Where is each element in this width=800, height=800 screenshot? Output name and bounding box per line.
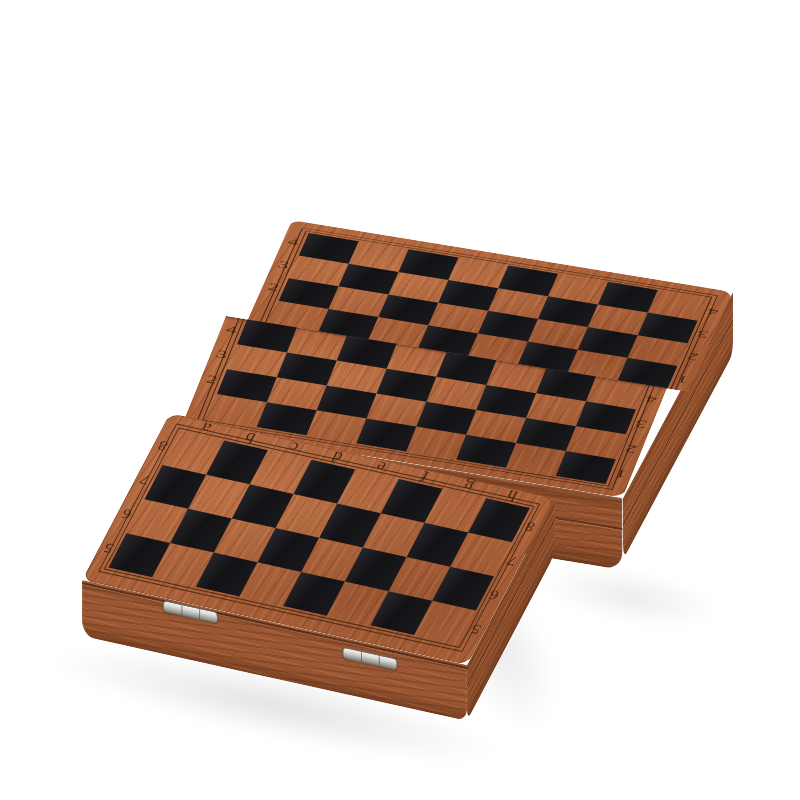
rank-label: 4 xyxy=(637,391,667,407)
rank-label: 1 xyxy=(668,372,698,387)
rank-label: 3 xyxy=(268,258,298,273)
rank-label: 2 xyxy=(197,372,227,388)
rank-label: 3 xyxy=(688,326,718,341)
shadow-under-big-box-bottom xyxy=(536,555,722,637)
rank-label: 3 xyxy=(207,347,237,363)
rank-label: 4 xyxy=(698,304,728,319)
product-photo-two-chess-boxes: 4324321 4324321 abcdefgh87658765 xyxy=(0,0,800,800)
rank-label: 1 xyxy=(606,466,636,482)
rank-label: 3 xyxy=(627,416,657,432)
rank-label: 2 xyxy=(617,441,647,457)
rank-label: 4 xyxy=(278,235,308,250)
rank-label: 4 xyxy=(217,322,247,338)
rank-label: 2 xyxy=(678,349,708,364)
rank-label: 2 xyxy=(258,281,288,296)
